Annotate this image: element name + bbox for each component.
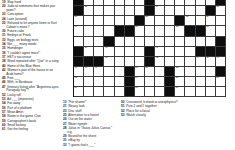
grid-cell[interactable] xyxy=(115,16,125,26)
grid-cell[interactable] xyxy=(94,87,104,97)
grid-cell[interactable] xyxy=(206,77,216,87)
clue-number: 53 xyxy=(121,113,125,117)
grid-cell[interactable] xyxy=(175,47,185,57)
grid-cell[interactable] xyxy=(196,87,206,97)
grid-cell[interactable] xyxy=(125,57,135,67)
grid-cell[interactable] xyxy=(84,26,94,36)
grid-cell[interactable] xyxy=(196,16,206,26)
grid-cell[interactable] xyxy=(104,87,114,97)
grid-cell[interactable] xyxy=(94,16,104,26)
grid-cell[interactable] xyxy=(135,37,145,47)
grid-cell[interactable]: 31 xyxy=(135,26,145,36)
grid-cell[interactable]: 48 xyxy=(84,67,94,77)
grid-cell[interactable] xyxy=(84,87,94,97)
crossword-grid: 2324252627282930313233343536373839404142… xyxy=(73,0,226,97)
clue-number: 20 xyxy=(2,4,6,8)
grid-cell[interactable] xyxy=(145,77,155,87)
clue-number: 35 xyxy=(2,46,6,50)
cell-number: 24 xyxy=(156,6,158,8)
grid-cell[interactable] xyxy=(135,47,145,57)
grid-cell[interactable]: 32 xyxy=(175,26,185,36)
grid-cell[interactable] xyxy=(115,47,125,57)
grid-cell[interactable]: 28 xyxy=(185,16,195,26)
clue-text: Julius in "Gaius Julius Caesar," e.g. xyxy=(67,126,112,134)
clue-item: 61 Get the feeling xyxy=(2,128,60,132)
grid-cell[interactable] xyxy=(196,6,206,16)
grid-cell[interactable] xyxy=(115,6,125,16)
grid-cell[interactable]: 57 xyxy=(74,87,84,97)
grid-cell[interactable]: 35 xyxy=(115,37,125,47)
cell-number: 58 xyxy=(135,87,137,89)
cell-number: 52 xyxy=(176,67,178,69)
grid-cell[interactable] xyxy=(94,77,104,87)
grid-cell[interactable] xyxy=(115,77,125,87)
cell-number: 23 xyxy=(85,6,87,8)
cell-number: 35 xyxy=(115,36,117,38)
grid-cell-black xyxy=(165,77,175,87)
clue-number: 26 xyxy=(63,117,67,121)
grid-cell[interactable] xyxy=(104,16,114,26)
grid-cell-black xyxy=(125,87,135,97)
cell-number: 56 xyxy=(216,77,218,79)
clue-number: 27 xyxy=(63,122,67,126)
grid-cell[interactable] xyxy=(104,26,114,36)
grid-cell[interactable]: 42 xyxy=(104,57,114,67)
cell-number: 33 xyxy=(206,26,208,28)
grid-cell[interactable] xyxy=(155,16,165,26)
grid-cell[interactable]: 23 xyxy=(84,6,94,16)
grid-cell[interactable] xyxy=(115,87,125,97)
cell-number: 49 xyxy=(95,67,97,69)
cell-number: 55 xyxy=(176,77,178,79)
cell-number: 59 xyxy=(176,87,178,89)
clue-text: Refused to let anyone listen to Kurt Cob… xyxy=(6,21,57,29)
grid-cell[interactable] xyxy=(155,26,165,36)
clue-item: 53 Watch closely xyxy=(121,114,181,118)
cell-number: 50 xyxy=(135,67,137,69)
grid-cell[interactable] xyxy=(145,26,155,36)
cell-number: 25 xyxy=(216,6,218,8)
grid-cell-black xyxy=(165,87,175,97)
grid-cell[interactable]: 38 xyxy=(196,37,206,47)
grid-cell[interactable] xyxy=(165,26,175,36)
cell-number: 42 xyxy=(105,57,107,59)
grid-cell[interactable] xyxy=(165,37,175,47)
grid-cell[interactable] xyxy=(155,87,165,97)
grid-cell[interactable] xyxy=(185,87,195,97)
down-clues-column-2: 50 Crossword, Iceland or astrophysics?51… xyxy=(121,101,181,118)
clue-number: 61 xyxy=(2,127,6,131)
down-clues-column-1: 13 "For shame!"21 Sleazy look23 Disc stu… xyxy=(63,101,118,148)
clue-number: 51 xyxy=(121,104,125,108)
clue-number: 59 xyxy=(2,119,6,123)
clue-text: "I guess that's ___" xyxy=(67,143,95,147)
clue-number: 38 xyxy=(2,59,6,63)
cell-number: 38 xyxy=(196,36,198,38)
grid-cell[interactable]: 51 xyxy=(145,67,155,77)
cell-number: 29 xyxy=(206,16,208,18)
across-clues-column: 19 Slap hard20 Judicial summons that mak… xyxy=(2,1,60,133)
grid-cell-black xyxy=(125,77,135,87)
grid-cell[interactable] xyxy=(206,37,216,47)
grid-cell[interactable]: 46 xyxy=(216,57,226,67)
grid-cell[interactable]: 39 xyxy=(84,47,94,57)
cell-number: 46 xyxy=(216,57,218,59)
grid-cell[interactable]: 43 xyxy=(155,57,165,67)
cell-number: 36 xyxy=(125,36,127,38)
grid-cell-black xyxy=(74,47,84,57)
cell-number: 41 xyxy=(156,47,158,49)
clue-number: 23 xyxy=(2,12,6,16)
grid-cell[interactable] xyxy=(125,16,135,26)
grid-cell[interactable] xyxy=(145,37,155,47)
grid-cell[interactable] xyxy=(84,77,94,87)
cell-number: 44 xyxy=(196,57,198,59)
grid-cell[interactable]: 33 xyxy=(206,26,216,36)
cell-number: 43 xyxy=(156,57,158,59)
grid-cell[interactable] xyxy=(125,6,135,16)
grid-cell-black xyxy=(165,67,175,77)
grid-cell-black xyxy=(125,67,135,77)
clue-number: 58 xyxy=(2,114,6,118)
clue-number: 28 xyxy=(63,126,67,130)
grid-cell[interactable] xyxy=(115,57,125,67)
grid-cell[interactable] xyxy=(216,87,226,97)
clue-number: 46 xyxy=(2,80,6,84)
cell-number: 39 xyxy=(85,47,87,49)
grid-cell[interactable] xyxy=(185,67,195,77)
grid-cell[interactable] xyxy=(185,77,195,87)
grid-cell[interactable]: 49 xyxy=(94,67,104,77)
grid-cell[interactable] xyxy=(165,47,175,57)
grid-cell[interactable] xyxy=(175,37,185,47)
grid-cell[interactable] xyxy=(165,16,175,26)
clue-number: 21 xyxy=(63,104,67,108)
cell-number: 45 xyxy=(206,57,208,59)
grid-cell[interactable] xyxy=(196,77,206,87)
grid-cell[interactable] xyxy=(84,16,94,26)
clue-item: 33 "I guess that's ___" xyxy=(63,144,118,148)
cell-number: 57 xyxy=(75,87,77,89)
grid-cell[interactable]: 58 xyxy=(135,87,145,97)
grid-cell[interactable] xyxy=(165,57,175,67)
grid-cell[interactable]: 25 xyxy=(216,6,226,16)
grid-cell[interactable] xyxy=(206,67,216,77)
cell-number: 34 xyxy=(75,36,77,38)
clue-text: Itinerary listing after "Argentina ayes,… xyxy=(6,85,59,93)
grid-cell[interactable] xyxy=(115,67,125,77)
grid-cell[interactable] xyxy=(94,37,104,47)
clue-number: 40 xyxy=(2,64,6,68)
cell-number: 48 xyxy=(85,67,87,69)
cell-number: 30 xyxy=(75,26,77,28)
clue-number: 31 xyxy=(63,138,67,142)
cell-number: 32 xyxy=(176,26,178,28)
grid-cell[interactable]: 56 xyxy=(216,77,226,87)
grid-cell[interactable] xyxy=(165,6,175,16)
clue-number: 47 xyxy=(2,85,6,89)
cell-number: 51 xyxy=(145,67,147,69)
grid-cell-black xyxy=(216,37,226,47)
clue-text: Watch closely xyxy=(125,113,145,117)
crossword-grid-cells: 2324252627282930313233343536373839404142… xyxy=(73,0,226,97)
grid-cell[interactable] xyxy=(104,77,114,87)
clue-number: 25 xyxy=(2,21,6,25)
grid-cell[interactable] xyxy=(125,47,135,57)
clue-number: 33 xyxy=(63,143,67,147)
grid-cell[interactable]: 24 xyxy=(155,6,165,16)
clue-text: Women's part of the house in an Arab hom… xyxy=(6,68,53,76)
grid-cell[interactable]: 59 xyxy=(175,87,185,97)
clue-number: 31 xyxy=(2,33,6,37)
grid-cell[interactable] xyxy=(175,6,185,16)
grid-cell[interactable] xyxy=(155,77,165,87)
grid-cell[interactable] xyxy=(104,67,114,77)
grid-cell[interactable] xyxy=(135,6,145,16)
cell-number: 47 xyxy=(75,67,77,69)
grid-cell[interactable] xyxy=(206,87,216,97)
cell-number: 37 xyxy=(186,36,188,38)
grid-cell[interactable]: 27 xyxy=(145,16,155,26)
cell-number: 31 xyxy=(135,26,137,28)
grid-cell[interactable] xyxy=(94,47,104,57)
cell-number: 27 xyxy=(145,16,147,18)
clue-text: Judicial summons that makes you yawn? xyxy=(6,4,55,12)
cell-number: 53 xyxy=(75,77,77,79)
grid-cell[interactable]: 34 xyxy=(74,37,84,47)
cell-number: 28 xyxy=(186,16,188,18)
grid-cell[interactable] xyxy=(145,87,155,97)
grid-cell[interactable]: 45 xyxy=(206,57,216,67)
grid-cell[interactable] xyxy=(94,26,104,36)
grid-cell[interactable] xyxy=(104,6,114,16)
grid-cell[interactable] xyxy=(185,47,195,57)
grid-cell[interactable]: 36 xyxy=(125,37,135,47)
cell-number: 26 xyxy=(75,16,77,18)
grid-cell[interactable] xyxy=(216,16,226,26)
grid-cell[interactable] xyxy=(94,6,104,16)
clue-text: Get the feeling xyxy=(6,127,28,131)
grid-cell[interactable] xyxy=(185,57,195,67)
cell-number: 40 xyxy=(105,47,107,49)
clue-number: 54 xyxy=(2,101,6,105)
grid-cell-black xyxy=(145,47,155,57)
grid-cell[interactable] xyxy=(155,67,165,77)
grid-cell[interactable] xyxy=(216,26,226,36)
grid-cell[interactable]: 44 xyxy=(196,57,206,67)
clue-number: 42 xyxy=(2,68,6,72)
cell-number: 54 xyxy=(135,77,137,79)
grid-cell[interactable] xyxy=(196,67,206,77)
grid-cell[interactable]: 37 xyxy=(185,37,195,47)
